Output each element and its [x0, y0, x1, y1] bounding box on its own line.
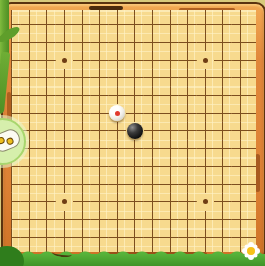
- board-intersection[interactable]: [91, 104, 109, 122]
- board-intersection[interactable]: [197, 69, 215, 87]
- board-intersection[interactable]: [126, 158, 144, 176]
- board-intersection[interactable]: [109, 69, 127, 87]
- board-intersection[interactable]: [126, 229, 144, 247]
- board-intersection[interactable]: [11, 193, 21, 211]
- board-intersection[interactable]: [73, 87, 91, 105]
- board-intersection[interactable]: [91, 140, 109, 158]
- board-intersection[interactable]: [161, 140, 179, 158]
- board-intersection[interactable]: [21, 87, 39, 105]
- board-intersection[interactable]: [144, 211, 162, 229]
- board-intersection[interactable]: [197, 87, 215, 105]
- board-intersection[interactable]: [126, 51, 144, 69]
- board-intersection[interactable]: [232, 158, 250, 176]
- flower-icon: [247, 247, 255, 255]
- board-intersection[interactable]: [126, 211, 144, 229]
- board-intersection[interactable]: [91, 87, 109, 105]
- board-intersection[interactable]: [144, 16, 162, 34]
- board-intersection[interactable]: [144, 122, 162, 140]
- board-intersection[interactable]: [232, 69, 250, 87]
- star-point: [203, 58, 208, 63]
- board-intersection[interactable]: [109, 229, 127, 247]
- board-intersection[interactable]: [214, 51, 232, 69]
- board-intersection[interactable]: [21, 104, 39, 122]
- board-intersection[interactable]: [249, 175, 256, 193]
- board-intersection[interactable]: [38, 16, 56, 34]
- board-intersection[interactable]: [56, 175, 74, 193]
- board-intersection[interactable]: [73, 104, 91, 122]
- board-intersection[interactable]: [56, 87, 74, 105]
- board-intersection[interactable]: [197, 16, 215, 34]
- board-intersection[interactable]: [214, 104, 232, 122]
- board-intersection[interactable]: [249, 193, 256, 211]
- board-intersection[interactable]: [38, 175, 56, 193]
- board-intersection[interactable]: [249, 211, 256, 229]
- board-intersection[interactable]: [56, 140, 74, 158]
- board-intersection[interactable]: [144, 33, 162, 51]
- board-intersection[interactable]: [38, 193, 56, 211]
- board-intersection[interactable]: [179, 33, 197, 51]
- board-intersection[interactable]: [214, 16, 232, 34]
- board-intersection[interactable]: [126, 87, 144, 105]
- board-intersection[interactable]: [109, 175, 127, 193]
- board-intersection[interactable]: [38, 69, 56, 87]
- board-intersection[interactable]: [56, 69, 74, 87]
- board-intersection[interactable]: [197, 140, 215, 158]
- board-intersection[interactable]: [21, 229, 39, 247]
- board-intersection[interactable]: [73, 140, 91, 158]
- board-intersection[interactable]: [109, 122, 127, 140]
- board-intersection[interactable]: [38, 122, 56, 140]
- board-intersection[interactable]: [161, 16, 179, 34]
- board-intersection[interactable]: [197, 229, 215, 247]
- board-intersection[interactable]: [144, 193, 162, 211]
- board-intersection[interactable]: [179, 122, 197, 140]
- board-grid: [11, 10, 256, 252]
- board-intersection[interactable]: [161, 193, 179, 211]
- board-intersection[interactable]: [161, 229, 179, 247]
- board-intersection[interactable]: [232, 104, 250, 122]
- board-intersection[interactable]: [73, 211, 91, 229]
- board-intersection[interactable]: [161, 87, 179, 105]
- board-intersection[interactable]: [73, 158, 91, 176]
- board-intersection[interactable]: [21, 175, 39, 193]
- board-intersection[interactable]: [91, 16, 109, 34]
- board-intersection[interactable]: [38, 229, 56, 247]
- board-intersection[interactable]: [179, 158, 197, 176]
- board-intersection[interactable]: [126, 33, 144, 51]
- board-intersection[interactable]: [214, 140, 232, 158]
- board-intersection[interactable]: [38, 140, 56, 158]
- board-intersection[interactable]: [56, 229, 74, 247]
- board-intersection[interactable]: [179, 193, 197, 211]
- board-intersection[interactable]: [11, 175, 21, 193]
- board-intersection[interactable]: [73, 16, 91, 34]
- board-intersection[interactable]: [109, 51, 127, 69]
- board-intersection[interactable]: [38, 211, 56, 229]
- board-intersection[interactable]: [179, 211, 197, 229]
- board-intersection[interactable]: [161, 33, 179, 51]
- board-intersection[interactable]: [179, 104, 197, 122]
- board-intersection[interactable]: [126, 69, 144, 87]
- board-intersection[interactable]: [144, 229, 162, 247]
- board-intersection[interactable]: [91, 122, 109, 140]
- board-intersection[interactable]: [73, 229, 91, 247]
- board-intersection[interactable]: [232, 175, 250, 193]
- board-intersection[interactable]: [11, 69, 21, 87]
- board-intersection[interactable]: [38, 158, 56, 176]
- board-intersection[interactable]: [109, 33, 127, 51]
- board-intersection[interactable]: [91, 158, 109, 176]
- board-intersection[interactable]: [249, 33, 256, 51]
- black-stone: [127, 123, 143, 139]
- board-intersection[interactable]: [144, 104, 162, 122]
- board-intersection[interactable]: [91, 51, 109, 69]
- board-intersection[interactable]: [91, 229, 109, 247]
- board-intersection[interactable]: [38, 87, 56, 105]
- board-intersection[interactable]: [126, 140, 144, 158]
- board-intersection[interactable]: [249, 87, 256, 105]
- board-intersection[interactable]: [73, 33, 91, 51]
- board-intersection[interactable]: [214, 193, 232, 211]
- board-intersection[interactable]: [11, 51, 21, 69]
- board-intersection[interactable]: [161, 158, 179, 176]
- board-intersection[interactable]: [11, 211, 21, 229]
- board-intersection[interactable]: [56, 158, 74, 176]
- board-intersection[interactable]: [126, 16, 144, 34]
- board-intersection[interactable]: [109, 158, 127, 176]
- star-point: [62, 199, 67, 204]
- board-intersection[interactable]: [232, 229, 250, 247]
- white-stone: [109, 105, 125, 121]
- board-intersection[interactable]: [21, 211, 39, 229]
- board-intersection[interactable]: [126, 104, 144, 122]
- board-intersection[interactable]: [249, 104, 256, 122]
- board-intersection[interactable]: [214, 69, 232, 87]
- grass-strip: [0, 254, 265, 266]
- board-intersection[interactable]: [73, 69, 91, 87]
- board-intersection[interactable]: [144, 140, 162, 158]
- board-intersection[interactable]: [91, 193, 109, 211]
- board-intersection[interactable]: [249, 122, 256, 140]
- board-intersection[interactable]: [144, 69, 162, 87]
- board-intersection[interactable]: [21, 16, 39, 34]
- board-intersection[interactable]: [21, 158, 39, 176]
- board-intersection[interactable]: [91, 175, 109, 193]
- board-intersection[interactable]: [161, 104, 179, 122]
- board-intersection[interactable]: [214, 122, 232, 140]
- board-intersection[interactable]: [161, 51, 179, 69]
- emote-dot-icon: [5, 137, 14, 146]
- board-intersection[interactable]: [73, 175, 91, 193]
- board-intersection[interactable]: [179, 51, 197, 69]
- board-intersection[interactable]: [73, 51, 91, 69]
- board-intersection[interactable]: [232, 211, 250, 229]
- emote-dot-icon: [0, 136, 6, 145]
- board-intersection[interactable]: [56, 33, 74, 51]
- board-intersection[interactable]: [144, 175, 162, 193]
- board-intersection[interactable]: [249, 16, 256, 34]
- board-intersection[interactable]: [109, 87, 127, 105]
- board-intersection[interactable]: [109, 140, 127, 158]
- game-screen: [0, 0, 265, 266]
- board-intersection[interactable]: [161, 211, 179, 229]
- board-intersection[interactable]: [144, 87, 162, 105]
- board-intersection[interactable]: [144, 51, 162, 69]
- board-intersection[interactable]: [38, 51, 56, 69]
- board-intersection[interactable]: [109, 16, 127, 34]
- board-intersection[interactable]: [249, 229, 256, 247]
- board-intersection[interactable]: [21, 193, 39, 211]
- board-intersection[interactable]: [91, 211, 109, 229]
- board-intersection[interactable]: [197, 211, 215, 229]
- board-intersection[interactable]: [11, 87, 21, 105]
- board-intersection[interactable]: [232, 16, 250, 34]
- board-intersection[interactable]: [161, 122, 179, 140]
- board-intersection[interactable]: [232, 193, 250, 211]
- star-point: [62, 58, 67, 63]
- board-intersection[interactable]: [56, 16, 74, 34]
- board-intersection[interactable]: [21, 51, 39, 69]
- board-intersection[interactable]: [249, 51, 256, 69]
- board-intersection[interactable]: [249, 69, 256, 87]
- board-intersection[interactable]: [38, 104, 56, 122]
- board-intersection[interactable]: [179, 87, 197, 105]
- board-intersection[interactable]: [249, 158, 256, 176]
- board-intersection[interactable]: [73, 122, 91, 140]
- board-intersection[interactable]: [197, 122, 215, 140]
- board-intersection[interactable]: [214, 87, 232, 105]
- board-intersection[interactable]: [179, 69, 197, 87]
- emote-pod-icon: [0, 127, 23, 155]
- board-intersection[interactable]: [56, 122, 74, 140]
- board-intersection[interactable]: [249, 140, 256, 158]
- board-intersection[interactable]: [214, 211, 232, 229]
- board-intersection[interactable]: [21, 69, 39, 87]
- board-intersection[interactable]: [197, 33, 215, 51]
- board-intersection[interactable]: [232, 122, 250, 140]
- board-intersection[interactable]: [11, 229, 21, 247]
- board-intersection[interactable]: [197, 175, 215, 193]
- board-intersection[interactable]: [179, 175, 197, 193]
- board-intersection[interactable]: [91, 33, 109, 51]
- board-intersection[interactable]: [21, 33, 39, 51]
- last-move-marker: [115, 111, 121, 117]
- board-intersection[interactable]: [38, 33, 56, 51]
- board-intersection[interactable]: [214, 229, 232, 247]
- board-intersection[interactable]: [179, 229, 197, 247]
- board-intersection[interactable]: [179, 140, 197, 158]
- board-intersection[interactable]: [197, 104, 215, 122]
- board-intersection[interactable]: [214, 33, 232, 51]
- board-intersection[interactable]: [126, 175, 144, 193]
- board-intersection[interactable]: [161, 69, 179, 87]
- board-intersection[interactable]: [109, 193, 127, 211]
- board-intersection[interactable]: [179, 16, 197, 34]
- gomoku-board[interactable]: [11, 10, 256, 252]
- board-intersection[interactable]: [56, 104, 74, 122]
- board-intersection[interactable]: [214, 175, 232, 193]
- board-intersection[interactable]: [126, 193, 144, 211]
- board-intersection[interactable]: [56, 211, 74, 229]
- board-intersection[interactable]: [232, 33, 250, 51]
- board-intersection[interactable]: [109, 211, 127, 229]
- board-intersection[interactable]: [73, 193, 91, 211]
- board-intersection[interactable]: [161, 175, 179, 193]
- board-intersection[interactable]: [232, 51, 250, 69]
- board-intersection[interactable]: [232, 87, 250, 105]
- board-intersection[interactable]: [144, 158, 162, 176]
- board-intersection[interactable]: [197, 158, 215, 176]
- star-point: [203, 199, 208, 204]
- board-intersection[interactable]: [232, 140, 250, 158]
- board-intersection[interactable]: [91, 69, 109, 87]
- board-intersection[interactable]: [214, 158, 232, 176]
